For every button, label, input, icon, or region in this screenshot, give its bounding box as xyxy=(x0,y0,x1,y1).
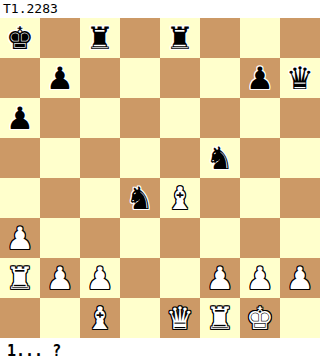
piece-white-pawn[interactable]: ♟ xyxy=(6,218,34,258)
piece-black-rook[interactable]: ♜ xyxy=(166,18,194,58)
square-f3[interactable] xyxy=(200,218,240,258)
square-g5[interactable] xyxy=(240,138,280,178)
square-b7[interactable]: ♟ xyxy=(40,58,80,98)
piece-black-king[interactable]: ♚ xyxy=(6,18,34,58)
piece-white-rook[interactable]: ♜ xyxy=(6,258,34,298)
square-b4[interactable] xyxy=(40,178,80,218)
piece-white-king[interactable]: ♚ xyxy=(246,298,274,338)
square-e4[interactable]: ♝ xyxy=(160,178,200,218)
piece-white-pawn[interactable]: ♟ xyxy=(286,258,314,298)
piece-white-pawn[interactable]: ♟ xyxy=(86,258,114,298)
piece-black-pawn[interactable]: ♟ xyxy=(46,58,74,98)
square-c7[interactable] xyxy=(80,58,120,98)
square-b5[interactable] xyxy=(40,138,80,178)
square-c4[interactable] xyxy=(80,178,120,218)
square-c2[interactable]: ♟ xyxy=(80,258,120,298)
square-c8[interactable]: ♜ xyxy=(80,18,120,58)
square-a4[interactable] xyxy=(0,178,40,218)
square-f6[interactable] xyxy=(200,98,240,138)
square-h3[interactable] xyxy=(280,218,320,258)
square-d5[interactable] xyxy=(120,138,160,178)
square-c6[interactable] xyxy=(80,98,120,138)
square-a8[interactable]: ♚ xyxy=(0,18,40,58)
square-e5[interactable] xyxy=(160,138,200,178)
square-g2[interactable]: ♟ xyxy=(240,258,280,298)
square-b2[interactable]: ♟ xyxy=(40,258,80,298)
square-f8[interactable] xyxy=(200,18,240,58)
square-g8[interactable] xyxy=(240,18,280,58)
square-e2[interactable] xyxy=(160,258,200,298)
square-d6[interactable] xyxy=(120,98,160,138)
square-d7[interactable] xyxy=(120,58,160,98)
square-f5[interactable]: ♞ xyxy=(200,138,240,178)
piece-white-queen[interactable]: ♛ xyxy=(166,298,194,338)
square-c1[interactable]: ♝ xyxy=(80,298,120,338)
square-h2[interactable]: ♟ xyxy=(280,258,320,298)
square-c5[interactable] xyxy=(80,138,120,178)
square-h8[interactable] xyxy=(280,18,320,58)
square-e8[interactable]: ♜ xyxy=(160,18,200,58)
square-g4[interactable] xyxy=(240,178,280,218)
square-e7[interactable] xyxy=(160,58,200,98)
piece-white-bishop[interactable]: ♝ xyxy=(86,298,114,338)
square-a6[interactable]: ♟ xyxy=(0,98,40,138)
square-d3[interactable] xyxy=(120,218,160,258)
square-h6[interactable] xyxy=(280,98,320,138)
square-g7[interactable]: ♟ xyxy=(240,58,280,98)
piece-white-pawn[interactable]: ♟ xyxy=(46,258,74,298)
square-h1[interactable] xyxy=(280,298,320,338)
square-d8[interactable] xyxy=(120,18,160,58)
square-f4[interactable] xyxy=(200,178,240,218)
square-b3[interactable] xyxy=(40,218,80,258)
piece-black-pawn[interactable]: ♟ xyxy=(246,58,274,98)
square-g1[interactable]: ♚ xyxy=(240,298,280,338)
piece-white-pawn[interactable]: ♟ xyxy=(246,258,274,298)
puzzle-title: T1.2283 xyxy=(0,0,320,18)
square-a7[interactable] xyxy=(0,58,40,98)
move-prompt: 1... ? xyxy=(0,338,320,360)
square-f2[interactable]: ♟ xyxy=(200,258,240,298)
piece-white-bishop[interactable]: ♝ xyxy=(166,178,194,218)
piece-black-pawn[interactable]: ♟ xyxy=(6,98,34,138)
square-h4[interactable] xyxy=(280,178,320,218)
square-h5[interactable] xyxy=(280,138,320,178)
square-e6[interactable] xyxy=(160,98,200,138)
square-b8[interactable] xyxy=(40,18,80,58)
square-b6[interactable] xyxy=(40,98,80,138)
square-b1[interactable] xyxy=(40,298,80,338)
square-e1[interactable]: ♛ xyxy=(160,298,200,338)
square-a1[interactable] xyxy=(0,298,40,338)
chess-board: ♚♜♜♟♟♛♟♞♞♝♟♜♟♟♟♟♟♝♛♜♚ xyxy=(0,18,320,338)
square-d2[interactable] xyxy=(120,258,160,298)
piece-white-pawn[interactable]: ♟ xyxy=(206,258,234,298)
square-a2[interactable]: ♜ xyxy=(0,258,40,298)
piece-black-knight[interactable]: ♞ xyxy=(206,138,234,178)
square-h7[interactable]: ♛ xyxy=(280,58,320,98)
square-g3[interactable] xyxy=(240,218,280,258)
square-a3[interactable]: ♟ xyxy=(0,218,40,258)
piece-white-rook[interactable]: ♜ xyxy=(206,298,234,338)
square-f1[interactable]: ♜ xyxy=(200,298,240,338)
piece-black-rook[interactable]: ♜ xyxy=(86,18,114,58)
piece-black-knight[interactable]: ♞ xyxy=(126,178,154,218)
square-c3[interactable] xyxy=(80,218,120,258)
square-f7[interactable] xyxy=(200,58,240,98)
square-d4[interactable]: ♞ xyxy=(120,178,160,218)
square-e3[interactable] xyxy=(160,218,200,258)
square-g6[interactable] xyxy=(240,98,280,138)
piece-black-queen[interactable]: ♛ xyxy=(286,58,314,98)
square-a5[interactable] xyxy=(0,138,40,178)
square-d1[interactable] xyxy=(120,298,160,338)
